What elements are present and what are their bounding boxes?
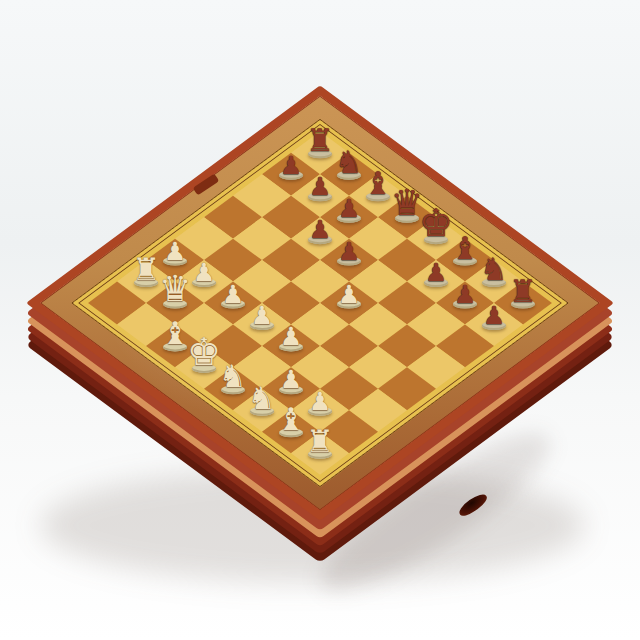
egyptian-servant-icon: ♟ (272, 324, 310, 349)
gold-crowned-egyptian-queen-icon: ♛ (156, 270, 194, 306)
obelisk-icon: ♜ (301, 425, 339, 456)
legionary-icon: ♟ (475, 302, 513, 327)
roman-column-tower-icon: ♜ (504, 275, 542, 306)
legionary-advanced-icon: ♟ (330, 238, 368, 263)
egyptian-servant-advanced-icon: ♟ (330, 281, 368, 306)
product-photo-scene: ♜♞♝♛♚♝♞♜♟♟♟♟♟♟♟♟♟♟♟♟♟♟♜♛♟♟♝♚♞♞♝♜ (0, 0, 640, 640)
